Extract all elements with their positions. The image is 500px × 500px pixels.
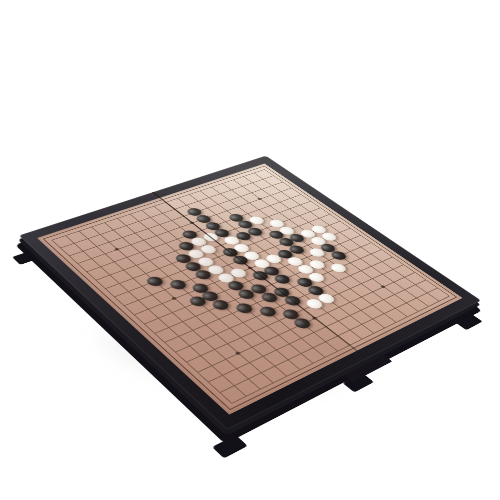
grid-line bbox=[185, 265, 403, 363]
white-stone bbox=[227, 267, 248, 279]
star-point bbox=[189, 222, 194, 225]
black-stone bbox=[235, 288, 257, 301]
star-point bbox=[171, 297, 177, 301]
product-photo-scene bbox=[0, 0, 500, 500]
black-stone bbox=[257, 305, 279, 318]
black-stone bbox=[167, 278, 189, 291]
star-point bbox=[115, 248, 121, 251]
black-stone bbox=[233, 301, 255, 314]
grid-line bbox=[175, 257, 393, 353]
black-stone bbox=[144, 275, 166, 288]
grid-line bbox=[164, 250, 382, 344]
white-stone bbox=[316, 292, 338, 305]
star-point bbox=[380, 285, 386, 288]
white-stone bbox=[215, 272, 236, 284]
black-stone bbox=[280, 308, 302, 322]
grid-line bbox=[243, 176, 429, 306]
black-stone bbox=[193, 268, 214, 280]
black-stone bbox=[200, 290, 222, 303]
black-stone bbox=[210, 298, 232, 311]
black-stone bbox=[183, 261, 204, 273]
black-stone bbox=[305, 284, 326, 297]
black-stone bbox=[291, 317, 313, 331]
grid-line bbox=[141, 210, 325, 357]
black-stone bbox=[258, 291, 280, 304]
star-point bbox=[235, 351, 241, 355]
black-stone bbox=[187, 295, 209, 308]
black-stone bbox=[190, 281, 212, 294]
white-stone bbox=[205, 264, 226, 276]
black-stone bbox=[225, 280, 247, 293]
black-stone bbox=[272, 273, 293, 285]
black-stone bbox=[294, 276, 315, 288]
black-stone bbox=[248, 283, 270, 296]
white-stone bbox=[304, 297, 326, 310]
